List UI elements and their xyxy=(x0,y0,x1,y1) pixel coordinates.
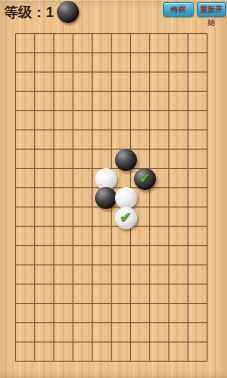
gomoku-app: ✔✔ 等级：1 悔棋 重新开始 xyxy=(0,0,227,378)
restart-button[interactable]: 重新开始 xyxy=(197,2,226,17)
stone-black: ✔ xyxy=(134,168,156,190)
current-turn-black-stone-icon xyxy=(57,1,79,23)
undo-move-button[interactable]: 悔棋 xyxy=(163,2,194,17)
stone-white xyxy=(115,187,137,209)
stone-white: ✔ xyxy=(115,207,137,229)
last-move-check-icon: ✔ xyxy=(139,170,151,186)
level-label: 等级：1 xyxy=(4,4,54,22)
level-value: 1 xyxy=(46,4,54,20)
game-board[interactable]: ✔✔ xyxy=(0,0,227,378)
stone-black xyxy=(115,149,137,171)
header-bar: 等级：1 悔棋 重新开始 xyxy=(0,0,227,26)
last-move-check-icon: ✔ xyxy=(120,209,132,225)
level-text: 等级： xyxy=(4,4,46,20)
